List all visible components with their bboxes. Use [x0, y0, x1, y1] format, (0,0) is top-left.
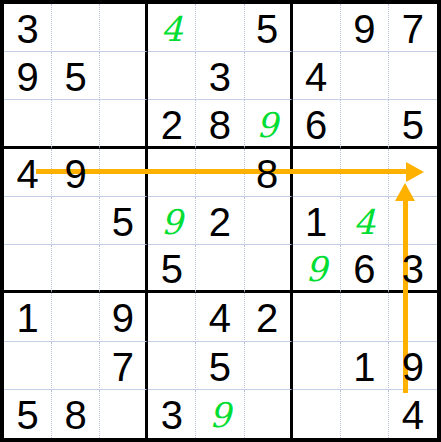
cell-r5c3[interactable]: 5 — [100, 197, 148, 245]
cell-r1c8[interactable]: 9 — [341, 4, 389, 52]
given-digit: 5 — [65, 57, 87, 97]
given-digit: 5 — [112, 202, 134, 242]
cell-r8c7[interactable] — [293, 342, 341, 390]
cell-r5c1[interactable] — [4, 197, 52, 245]
given-digit: 2 — [209, 202, 231, 242]
given-digit: 3 — [402, 249, 424, 289]
given-digit: 5 — [402, 105, 424, 145]
given-digit: 1 — [16, 298, 38, 338]
cell-r1c2[interactable] — [52, 4, 100, 52]
cell-r5c7[interactable]: 1 — [293, 197, 341, 245]
cell-r7c8[interactable] — [341, 293, 389, 341]
row4-arrow-shaft — [36, 169, 408, 174]
cell-r2c4[interactable] — [148, 52, 196, 100]
cell-r6c9[interactable]: 3 — [389, 245, 437, 293]
cell-r2c7[interactable]: 4 — [293, 52, 341, 100]
cell-r1c9[interactable]: 7 — [389, 4, 437, 52]
given-digit: 5 — [16, 395, 38, 435]
cell-r7c3[interactable]: 9 — [100, 293, 148, 341]
given-digit: 4 — [305, 57, 327, 97]
cell-r6c1[interactable] — [4, 245, 52, 293]
cell-r5c9[interactable] — [389, 197, 437, 245]
given-digit: 9 — [16, 57, 38, 97]
cell-r1c5[interactable] — [196, 4, 244, 52]
pencil-digit: 9 — [305, 252, 327, 286]
cell-r8c8[interactable]: 1 — [341, 342, 389, 390]
cell-r9c8[interactable] — [341, 390, 389, 438]
cell-r8c6[interactable] — [245, 342, 293, 390]
cell-r1c1[interactable]: 3 — [4, 4, 52, 52]
cell-r9c1[interactable]: 5 — [4, 390, 52, 438]
given-digit: 6 — [353, 249, 375, 289]
cell-r3c9[interactable]: 5 — [389, 100, 437, 148]
cell-r5c4[interactable]: 9 — [148, 197, 196, 245]
cell-r9c2[interactable]: 8 — [52, 390, 100, 438]
given-digit: 8 — [256, 154, 278, 194]
given-digit: 1 — [305, 202, 327, 242]
cell-r2c6[interactable] — [245, 52, 293, 100]
given-digit: 7 — [112, 347, 134, 387]
cell-r3c5[interactable]: 8 — [196, 100, 244, 148]
cell-r7c2[interactable] — [52, 293, 100, 341]
given-digit: 7 — [402, 9, 424, 49]
cell-r3c6[interactable]: 9 — [245, 100, 293, 148]
given-digit: 5 — [209, 347, 231, 387]
cell-r5c6[interactable] — [245, 197, 293, 245]
cell-r2c2[interactable]: 5 — [52, 52, 100, 100]
cell-r8c1[interactable] — [4, 342, 52, 390]
given-digit: 4 — [16, 154, 38, 194]
pencil-digit: 9 — [256, 108, 278, 142]
cell-r7c7[interactable] — [293, 293, 341, 341]
given-digit: 9 — [402, 347, 424, 387]
cell-r6c8[interactable]: 6 — [341, 245, 389, 293]
cell-r9c4[interactable]: 3 — [148, 390, 196, 438]
cell-r2c8[interactable] — [341, 52, 389, 100]
given-digit: 9 — [112, 298, 134, 338]
given-digit: 4 — [209, 298, 231, 338]
cell-r8c4[interactable] — [148, 342, 196, 390]
cell-r5c8[interactable]: 4 — [341, 197, 389, 245]
cell-r6c6[interactable] — [245, 245, 293, 293]
cell-r9c9[interactable]: 4 — [389, 390, 437, 438]
cell-r3c3[interactable] — [100, 100, 148, 148]
cell-r3c7[interactable]: 6 — [293, 100, 341, 148]
cell-r8c2[interactable] — [52, 342, 100, 390]
pencil-digit: 4 — [161, 12, 183, 46]
cell-r7c1[interactable]: 1 — [4, 293, 52, 341]
cell-r1c7[interactable] — [293, 4, 341, 52]
given-digit: 8 — [209, 105, 231, 145]
cell-r8c9[interactable]: 9 — [389, 342, 437, 390]
cell-r6c2[interactable] — [52, 245, 100, 293]
cell-r7c4[interactable] — [148, 293, 196, 341]
cell-r9c6[interactable] — [245, 390, 293, 438]
given-digit: 8 — [65, 395, 87, 435]
cell-r9c5[interactable]: 9 — [196, 390, 244, 438]
cell-r6c7[interactable]: 9 — [293, 245, 341, 293]
given-digit: 3 — [161, 395, 183, 435]
cell-r9c7[interactable] — [293, 390, 341, 438]
given-digit: 2 — [256, 298, 278, 338]
given-digit: 6 — [305, 105, 327, 145]
given-digit: 3 — [209, 57, 231, 97]
given-digit: 5 — [161, 249, 183, 289]
col9-arrow-head-up-icon — [395, 183, 415, 201]
cell-r3c2[interactable] — [52, 100, 100, 148]
cell-r3c8[interactable] — [341, 100, 389, 148]
cell-r2c9[interactable] — [389, 52, 437, 100]
cell-r3c1[interactable] — [4, 100, 52, 148]
cell-r8c3[interactable]: 7 — [100, 342, 148, 390]
given-digit: 3 — [16, 9, 38, 49]
given-digit: 2 — [161, 105, 183, 145]
sudoku-grid: 345979534289654985921459631942751958394 — [0, 0, 441, 442]
cell-r1c3[interactable] — [100, 4, 148, 52]
sudoku-board: 345979534289654985921459631942751958394 — [0, 0, 441, 442]
cell-r3c4[interactable]: 2 — [148, 100, 196, 148]
cell-r2c1[interactable]: 9 — [4, 52, 52, 100]
cell-r9c3[interactable] — [100, 390, 148, 438]
cell-r6c5[interactable] — [196, 245, 244, 293]
cell-r1c6[interactable]: 5 — [245, 4, 293, 52]
given-digit: 4 — [402, 395, 424, 435]
given-digit: 1 — [353, 347, 375, 387]
cell-r2c5[interactable]: 3 — [196, 52, 244, 100]
cell-r5c5[interactable]: 2 — [196, 197, 244, 245]
cell-r8c5[interactable]: 5 — [196, 342, 244, 390]
cell-r6c4[interactable]: 5 — [148, 245, 196, 293]
given-digit: 5 — [256, 9, 278, 49]
row4-arrow-head-right-icon — [406, 162, 424, 182]
cell-r1c4[interactable]: 4 — [148, 4, 196, 52]
pencil-digit: 9 — [161, 205, 183, 239]
cell-r7c6[interactable]: 2 — [245, 293, 293, 341]
cell-r6c3[interactable] — [100, 245, 148, 293]
cell-r2c3[interactable] — [100, 52, 148, 100]
given-digit: 9 — [65, 154, 87, 194]
cell-r7c5[interactable]: 4 — [196, 293, 244, 341]
cell-r7c9[interactable] — [389, 293, 437, 341]
pencil-digit: 4 — [354, 205, 376, 239]
cell-r5c2[interactable] — [52, 197, 100, 245]
pencil-digit: 9 — [209, 398, 231, 432]
given-digit: 9 — [353, 9, 375, 49]
